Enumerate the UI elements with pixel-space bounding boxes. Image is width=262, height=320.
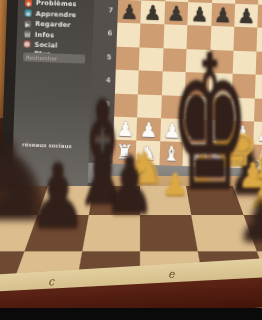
board-square[interactable]: ♟ [137,117,161,141]
learn-icon: ◉ [25,9,32,16]
board-square[interactable] [137,94,161,118]
rank-label: 5 [104,53,114,61]
frame-letter-c: c [48,275,55,288]
black-piece: ♞ [261,0,262,4]
black-piece: ♛ [191,0,210,1]
frame-letter-e: e [168,268,175,281]
bottom-dark-strip [0,308,262,320]
black-piece: ♝ [238,0,257,3]
board-square[interactable] [138,71,162,95]
black-piece: ♚ [214,0,233,2]
board-square[interactable]: ♟ [141,1,165,25]
board-square[interactable]: ♟ [117,0,141,24]
physical-black-king: ♚ [170,31,249,218]
sidebar-item-label: Regarder [35,20,71,29]
puzzle-icon: ◆ [25,0,32,6]
sidebar-item-label: Problèmes [36,0,77,8]
sidebar-item-label: Apprendre [36,9,77,18]
physical-black-pawn: ♟ [104,147,154,226]
board-square[interactable] [117,23,141,47]
photo-chessboard-and-screen: { "game": "chess", "position": { "fen": … [0,0,262,320]
board-square[interactable] [140,24,164,48]
rank-label: 6 [105,30,115,38]
sidebar-item-label: Infos [35,30,54,39]
watch-icon: ▶ [24,20,31,27]
black-piece: ♟ [260,6,262,27]
black-piece: ♟ [144,2,163,23]
board-square[interactable] [139,47,163,71]
white-piece: ♟ [139,119,158,140]
board-square[interactable] [257,28,262,52]
black-piece: ♟ [120,1,139,22]
rank-label: 7 [106,6,116,14]
search-input[interactable] [23,52,85,63]
board-square[interactable] [256,51,262,75]
board-square[interactable] [255,75,262,99]
board-square[interactable]: ♟ [258,5,262,29]
news-icon: ▤ [24,30,31,37]
board-square[interactable] [116,46,140,70]
sidebar-item-label: Social [34,40,57,49]
social-icon: ☻ [23,40,30,47]
